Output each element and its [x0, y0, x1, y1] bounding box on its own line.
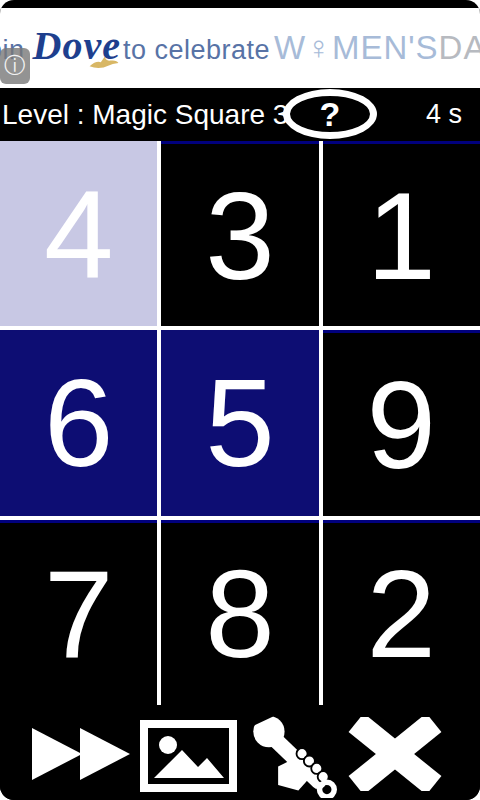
board-cell-r1c0[interactable]: 6: [0, 330, 157, 515]
gallery-button[interactable]: [140, 720, 237, 792]
board-cell-r2c0[interactable]: 7: [0, 520, 157, 705]
header-bar: Level : Magic Square 3x3 ? 4 s: [0, 88, 480, 141]
wrench-hand-icon: [245, 713, 337, 798]
ad-text: Join Dove to celebrate W♀MEN'S DAY: [0, 22, 480, 69]
ad-middle-text: to celebrate: [123, 35, 270, 66]
ad-event-day-text: DAY: [439, 29, 480, 67]
timer-label: 4 s: [426, 88, 462, 141]
fast-forward-icon: [30, 727, 134, 781]
board-cell-r0c0[interactable]: 4: [0, 141, 157, 326]
board-cell-r0c2[interactable]: 1: [323, 141, 480, 326]
board-cell-r1c1[interactable]: 5: [161, 330, 318, 515]
board-cell-r0c1[interactable]: 3: [161, 141, 318, 326]
help-button[interactable]: ?: [283, 89, 377, 139]
question-mark-icon: ?: [320, 95, 341, 134]
level-title: Level : Magic Square 3x3: [2, 88, 318, 141]
tools-button[interactable]: [245, 713, 337, 798]
ad-event-womens-text: W♀MEN'S: [274, 29, 439, 67]
ad-info-icon[interactable]: ⓘ: [0, 48, 30, 84]
info-glyph: ⓘ: [4, 51, 26, 81]
board-cell-r1c2[interactable]: 9: [323, 330, 480, 515]
magic-square-board: 4 3 1 6 5 9 7 8 2: [0, 141, 480, 705]
board-cell-r2c2[interactable]: 2: [323, 520, 480, 705]
ad-banner[interactable]: Join Dove to celebrate W♀MEN'S DAY ⓘ: [0, 8, 480, 88]
bottom-toolbar: [0, 705, 480, 800]
skip-forward-button[interactable]: [30, 727, 134, 781]
close-x-icon: [348, 717, 442, 791]
phone-screen: Join Dove to celebrate W♀MEN'S DAY ⓘ Lev…: [0, 0, 480, 800]
close-button[interactable]: [348, 717, 442, 791]
gallery-icon: [140, 720, 237, 792]
dove-bird-icon: [88, 54, 120, 72]
board-cell-r2c1[interactable]: 8: [161, 520, 318, 705]
